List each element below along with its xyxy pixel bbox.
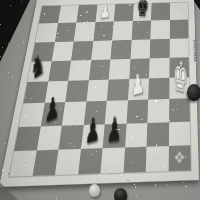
square-g4 — [148, 78, 169, 100]
square-g3 — [147, 99, 168, 122]
square-c4 — [65, 80, 88, 102]
square-c2 — [59, 124, 84, 149]
square-f1 — [123, 146, 147, 172]
square-d2: ♟ — [81, 124, 105, 149]
square-g7 — [150, 20, 169, 39]
square-g1 — [146, 146, 169, 172]
square-g5 — [149, 58, 169, 79]
square-e4 — [107, 79, 129, 101]
square-g6 — [150, 38, 170, 58]
chessboard: ♟♚♞♟♚♟♟♟❖ ®FILCHESS — [0, 0, 199, 187]
square-e7 — [112, 21, 132, 40]
square-d1 — [78, 148, 103, 174]
square-c8 — [76, 5, 97, 23]
square-c5 — [68, 60, 91, 81]
board-brand-label: ®FILCHESS — [188, 39, 196, 82]
square-c1 — [55, 149, 81, 175]
offboard-black-piece-right — [187, 84, 200, 101]
piece-black-king-f8: ♚ — [136, 0, 150, 20]
square-h1: ❖ — [168, 145, 191, 171]
brand-text: ®FILCHESS — [193, 39, 197, 62]
square-d8: ♟ — [95, 4, 115, 22]
square-d7 — [93, 22, 114, 41]
square-f3 — [126, 100, 148, 123]
square-c3 — [62, 102, 86, 125]
square-d5 — [88, 59, 110, 80]
piece-black-knight-a5: ♞ — [30, 47, 46, 86]
square-e2: ♟ — [103, 123, 126, 148]
square-f2 — [125, 122, 148, 147]
piece-white-pawn-d8: ♟ — [99, 1, 111, 22]
square-e1 — [100, 147, 124, 173]
square-f8: ♚ — [132, 3, 151, 21]
chess-photo-scene: ♟♚♞♟♚♟♟♟❖ ®FILCHESS — [0, 0, 200, 200]
square-d4 — [86, 80, 109, 102]
square-e8 — [114, 4, 134, 22]
square-f7 — [131, 21, 151, 40]
square-h7 — [169, 20, 188, 39]
piece-white-pawn-f4: ♟ — [130, 70, 144, 101]
square-c7 — [74, 22, 95, 41]
board-logo-icon: ❖ — [173, 149, 186, 166]
brand-name: FILCHESS — [193, 43, 197, 62]
square-g2 — [147, 122, 169, 147]
piece-black-pawn-d2: ♟ — [84, 112, 101, 149]
square-h2 — [168, 121, 190, 146]
square-f4: ♟ — [128, 78, 149, 100]
square-d6 — [91, 40, 112, 60]
square-e5 — [109, 59, 130, 80]
captured-white-piece-bottom — [89, 184, 100, 197]
board-grid: ♟♚♞♟♚♟♟♟❖ — [9, 2, 191, 176]
square-g8 — [151, 3, 170, 21]
piece-black-pawn-e2: ♟ — [106, 112, 123, 147]
square-h8 — [170, 2, 189, 20]
square-e6 — [110, 39, 131, 59]
square-c6 — [71, 41, 93, 61]
square-f6 — [130, 39, 150, 59]
piece-black-pawn-b3: ♟ — [44, 90, 61, 127]
captured-black-piece-bottom — [114, 188, 127, 200]
piece-white-king-h4: ♚ — [171, 55, 188, 100]
